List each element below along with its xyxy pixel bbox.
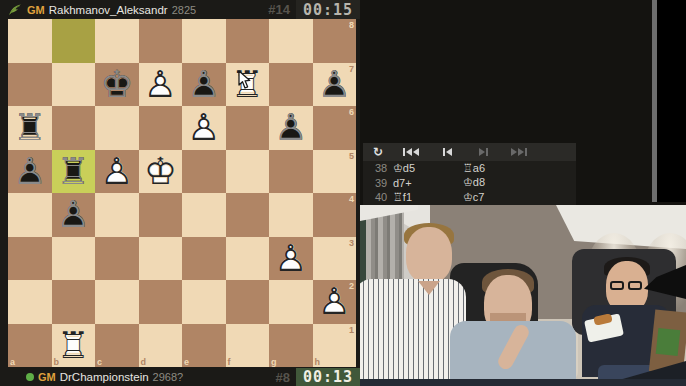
white-king-d5[interactable]: ♚♔ (139, 150, 183, 194)
square-g8[interactable] (269, 19, 313, 63)
white-move[interactable]: ♖f1 (393, 191, 463, 204)
stream-screen: GM Rakhmanov_Aleksandr 2825 #14 00:15 8♚… (0, 0, 686, 386)
black-pawn-e7[interactable]: ♟♙ (182, 63, 226, 107)
online-indicator-icon (26, 373, 34, 381)
opponent-seed: #14 (268, 2, 290, 17)
paper-bag-label (656, 328, 681, 356)
glasses-icon (610, 281, 644, 290)
rank-label: 7 (349, 64, 354, 74)
white-move[interactable]: ♔d5 (393, 162, 463, 175)
player-clock: 00:13 (296, 368, 360, 386)
square-a2[interactable] (8, 280, 52, 324)
player-name[interactable]: DrChampionstein (60, 371, 149, 383)
move-list-panel: ↻ 38 ♔d5 ♖a6 39 (363, 143, 576, 205)
square-f6[interactable] (226, 106, 270, 150)
white-pawn-d7[interactable]: ♟♙ (139, 63, 183, 107)
square-f1[interactable]: f (226, 324, 270, 368)
player-seed: #8 (276, 370, 290, 385)
previous-move-button[interactable] (429, 143, 465, 161)
skip-end-icon (511, 148, 517, 156)
square-e3[interactable] (182, 237, 226, 281)
square-c3[interactable] (95, 237, 139, 281)
rank-label: 8 (349, 20, 354, 30)
move-nav-toolbar: ↻ (363, 143, 576, 161)
file-label: h (315, 357, 321, 367)
square-f3[interactable] (226, 237, 270, 281)
white-move[interactable]: d7+ (393, 177, 463, 189)
black-pawn-b4[interactable]: ♟♙ (52, 193, 96, 237)
square-f4[interactable] (226, 193, 270, 237)
square-c4[interactable] (95, 193, 139, 237)
move-number: 40 (363, 191, 393, 203)
black-move[interactable]: ♔c7 (463, 191, 576, 204)
square-e2[interactable] (182, 280, 226, 324)
skip-start-icon (403, 148, 405, 156)
square-h6[interactable]: 6 (313, 106, 357, 150)
file-label: b (54, 357, 60, 367)
square-h1[interactable]: 1h (313, 324, 357, 368)
person-left-head (406, 227, 452, 283)
feather-icon (8, 2, 23, 17)
white-pawn-e6[interactable]: ♟♙ (182, 106, 226, 150)
go-to-end-button[interactable] (501, 143, 537, 161)
chess-board-frame: 8♚♔♟♙♟♙♜♖♟♙7♜♖♟♙♟♙6♟♙♜♖♟♙♚♔5♟♙4♟♙3♟♙2a♜♖… (0, 19, 360, 368)
next-move-button[interactable] (465, 143, 501, 161)
black-pawn-a5[interactable]: ♟♙ (8, 150, 52, 194)
square-c1[interactable]: c (95, 324, 139, 368)
square-e5[interactable] (182, 150, 226, 194)
square-f8[interactable] (226, 19, 270, 63)
screen-edge (657, 0, 686, 202)
square-e4[interactable] (182, 193, 226, 237)
square-b7[interactable] (52, 63, 96, 107)
move-row[interactable]: 38 ♔d5 ♖a6 (363, 161, 576, 176)
file-label: a (10, 357, 15, 367)
file-label: g (271, 357, 277, 367)
player-rating: 2968? (153, 371, 184, 383)
black-king-c7[interactable]: ♚♔ (95, 63, 139, 107)
black-move[interactable]: ♔d8 (463, 176, 576, 189)
go-to-start-button[interactable] (393, 143, 429, 161)
opponent-name[interactable]: Rakhmanov_Aleksandr (49, 4, 168, 16)
square-g4[interactable] (269, 193, 313, 237)
square-d1[interactable]: d (139, 324, 183, 368)
flip-board-button[interactable]: ↻ (363, 143, 393, 161)
square-g2[interactable] (269, 280, 313, 324)
square-b6[interactable] (52, 106, 96, 150)
square-d8[interactable] (139, 19, 183, 63)
rank-label: 5 (349, 151, 354, 161)
square-h3[interactable]: 3 (313, 237, 357, 281)
next-move-icon (479, 148, 485, 156)
rank-label: 6 (349, 107, 354, 117)
square-f5[interactable] (226, 150, 270, 194)
square-f2[interactable] (226, 280, 270, 324)
square-h8[interactable]: 8 (313, 19, 357, 63)
chess-board[interactable]: 8♚♔♟♙♟♙♜♖♟♙7♜♖♟♙♟♙6♟♙♜♖♟♙♚♔5♟♙4♟♙3♟♙2a♜♖… (8, 19, 356, 367)
square-b3[interactable] (52, 237, 96, 281)
square-a4[interactable] (8, 193, 52, 237)
square-h5[interactable]: 5 (313, 150, 357, 194)
square-c6[interactable] (95, 106, 139, 150)
rank-label: 3 (349, 238, 354, 248)
file-label: d (141, 357, 147, 367)
side-panel: ↻ 38 ♔d5 ♖a6 39 (360, 0, 686, 386)
move-number: 39 (363, 177, 393, 189)
square-d2[interactable] (139, 280, 183, 324)
square-d3[interactable] (139, 237, 183, 281)
opponent-rating: 2825 (172, 4, 196, 16)
black-pawn-h7[interactable]: ♟♙7 (313, 63, 357, 107)
square-a8[interactable] (8, 19, 52, 63)
rank-label: 4 (349, 194, 354, 204)
square-g5[interactable] (269, 150, 313, 194)
player-bar: GM DrChampionstein 2968? #8 00:13 (0, 368, 360, 386)
square-a1[interactable]: a (8, 324, 52, 368)
square-d6[interactable] (139, 106, 183, 150)
rank-label: 2 (349, 281, 354, 291)
black-rook-a6[interactable]: ♜♖ (8, 106, 52, 150)
white-pawn-c5[interactable]: ♟♙ (95, 150, 139, 194)
flip-icon: ↻ (373, 145, 383, 159)
white-pawn-g3[interactable]: ♟♙ (269, 237, 313, 281)
black-rook-b5[interactable]: ♜♖ (52, 150, 96, 194)
opponent-title: GM (27, 4, 45, 16)
square-e8[interactable] (182, 19, 226, 63)
square-c2[interactable] (95, 280, 139, 324)
file-label: f (228, 357, 231, 367)
black-move[interactable]: ♖a6 (463, 162, 576, 175)
square-g7[interactable] (269, 63, 313, 107)
player-title: GM (38, 371, 56, 383)
move-row[interactable]: 39 d7+ ♔d8 (363, 176, 576, 191)
move-row[interactable]: 40 ♖f1 ♔c7 (363, 190, 576, 205)
square-b2[interactable] (52, 280, 96, 324)
move-number: 38 (363, 162, 393, 174)
prev-move-icon (443, 148, 445, 156)
white-rook-b1[interactable]: ♜♖b (52, 324, 96, 368)
file-label: e (184, 357, 189, 367)
webcam-view (360, 205, 686, 386)
table-edge (360, 379, 686, 386)
black-pawn-g6[interactable]: ♟♙ (269, 106, 313, 150)
square-h4[interactable]: 4 (313, 193, 357, 237)
opponent-bar: GM Rakhmanov_Aleksandr 2825 #14 00:15 (0, 0, 360, 19)
square-a7[interactable] (8, 63, 52, 107)
square-e1[interactable]: e (182, 324, 226, 368)
square-b8[interactable] (52, 19, 96, 63)
square-d4[interactable] (139, 193, 183, 237)
square-c8[interactable] (95, 19, 139, 63)
square-g1[interactable]: g (269, 324, 313, 368)
hand-cursor-icon (232, 69, 252, 91)
file-label: c (97, 357, 102, 367)
opponent-clock: 00:15 (296, 0, 360, 19)
square-a3[interactable] (8, 237, 52, 281)
white-pawn-h2[interactable]: ♟♙2 (313, 280, 357, 324)
rank-label: 1 (349, 325, 354, 335)
board-column: GM Rakhmanov_Aleksandr 2825 #14 00:15 8♚… (0, 0, 360, 386)
